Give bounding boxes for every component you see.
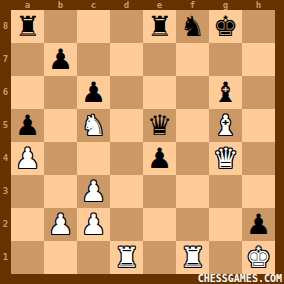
- square-a8[interactable]: ♜: [11, 10, 44, 43]
- square-f5[interactable]: [176, 109, 209, 142]
- square-d2[interactable]: [110, 208, 143, 241]
- square-b4[interactable]: [44, 142, 77, 175]
- square-h7[interactable]: [242, 43, 275, 76]
- square-b2[interactable]: ♟: [44, 208, 77, 241]
- square-f2[interactable]: [176, 208, 209, 241]
- square-d6[interactable]: [110, 76, 143, 109]
- square-e6[interactable]: [143, 76, 176, 109]
- white-pawn: ♟: [77, 175, 110, 208]
- square-b6[interactable]: [44, 76, 77, 109]
- square-h8[interactable]: [242, 10, 275, 43]
- square-b3[interactable]: [44, 175, 77, 208]
- square-a3[interactable]: [11, 175, 44, 208]
- board: ♜♜♞♚♟♟♝♟♞♛♝♟♟♛♟♟♟♟♜♜♚: [11, 10, 275, 274]
- square-d1[interactable]: ♜: [110, 241, 143, 274]
- black-knight: ♞: [176, 10, 209, 43]
- square-h4[interactable]: [242, 142, 275, 175]
- square-c6[interactable]: ♟: [77, 76, 110, 109]
- square-g1[interactable]: [209, 241, 242, 274]
- file-label-h: h: [242, 0, 275, 10]
- square-g4[interactable]: ♛: [209, 142, 242, 175]
- black-rook: ♜: [143, 10, 176, 43]
- file-label-f: f: [176, 0, 209, 10]
- square-d5[interactable]: [110, 109, 143, 142]
- file-label-d: d: [110, 0, 143, 10]
- square-h1[interactable]: ♚: [242, 241, 275, 274]
- square-a1[interactable]: [11, 241, 44, 274]
- white-knight: ♞: [77, 109, 110, 142]
- square-h6[interactable]: [242, 76, 275, 109]
- black-pawn: ♟: [11, 109, 44, 142]
- rank-label-3: 3: [0, 175, 11, 208]
- rank-label-2: 2: [0, 208, 11, 241]
- square-f8[interactable]: ♞: [176, 10, 209, 43]
- square-e2[interactable]: [143, 208, 176, 241]
- square-c3[interactable]: ♟: [77, 175, 110, 208]
- square-c5[interactable]: ♞: [77, 109, 110, 142]
- white-pawn: ♟: [11, 142, 44, 175]
- square-f1[interactable]: ♜: [176, 241, 209, 274]
- black-king: ♚: [209, 10, 242, 43]
- square-a2[interactable]: [11, 208, 44, 241]
- square-c4[interactable]: [77, 142, 110, 175]
- white-king: ♚: [242, 241, 275, 274]
- square-e5[interactable]: ♛: [143, 109, 176, 142]
- square-g3[interactable]: [209, 175, 242, 208]
- square-c1[interactable]: [77, 241, 110, 274]
- black-bishop: ♝: [209, 76, 242, 109]
- square-c7[interactable]: [77, 43, 110, 76]
- square-f6[interactable]: [176, 76, 209, 109]
- rank-label-7: 7: [0, 43, 11, 76]
- file-label-a: a: [11, 0, 44, 10]
- chess-board-frame: abcdefgh 87654321 ♜♜♞♚♟♟♝♟♞♛♝♟♟♛♟♟♟♟♜♜♚ …: [0, 0, 284, 284]
- square-d8[interactable]: [110, 10, 143, 43]
- square-e4[interactable]: ♟: [143, 142, 176, 175]
- square-d3[interactable]: [110, 175, 143, 208]
- black-rook: ♜: [11, 10, 44, 43]
- square-h2[interactable]: ♟: [242, 208, 275, 241]
- square-e1[interactable]: [143, 241, 176, 274]
- rank-label-5: 5: [0, 109, 11, 142]
- square-e8[interactable]: ♜: [143, 10, 176, 43]
- square-f7[interactable]: [176, 43, 209, 76]
- square-h3[interactable]: [242, 175, 275, 208]
- square-d7[interactable]: [110, 43, 143, 76]
- black-pawn: ♟: [143, 142, 176, 175]
- white-rook: ♜: [110, 241, 143, 274]
- black-pawn: ♟: [242, 208, 275, 241]
- rank-label-6: 6: [0, 76, 11, 109]
- square-b5[interactable]: [44, 109, 77, 142]
- square-a6[interactable]: [11, 76, 44, 109]
- white-queen: ♛: [209, 142, 242, 175]
- square-a4[interactable]: ♟: [11, 142, 44, 175]
- file-label-e: e: [143, 0, 176, 10]
- rank-label-1: 1: [0, 241, 11, 274]
- square-f4[interactable]: [176, 142, 209, 175]
- black-pawn: ♟: [77, 76, 110, 109]
- rank-labels: 87654321: [0, 10, 11, 274]
- black-pawn: ♟: [44, 43, 77, 76]
- square-a7[interactable]: [11, 43, 44, 76]
- file-label-c: c: [77, 0, 110, 10]
- square-b8[interactable]: [44, 10, 77, 43]
- square-b1[interactable]: [44, 241, 77, 274]
- square-g6[interactable]: ♝: [209, 76, 242, 109]
- rank-label-4: 4: [0, 142, 11, 175]
- square-a5[interactable]: ♟: [11, 109, 44, 142]
- square-g5[interactable]: ♝: [209, 109, 242, 142]
- white-bishop: ♝: [209, 109, 242, 142]
- square-f3[interactable]: [176, 175, 209, 208]
- square-g8[interactable]: ♚: [209, 10, 242, 43]
- white-rook: ♜: [176, 241, 209, 274]
- square-b7[interactable]: ♟: [44, 43, 77, 76]
- square-c2[interactable]: ♟: [77, 208, 110, 241]
- square-g2[interactable]: [209, 208, 242, 241]
- square-d4[interactable]: [110, 142, 143, 175]
- square-g7[interactable]: [209, 43, 242, 76]
- file-label-b: b: [44, 0, 77, 10]
- black-queen: ♛: [143, 109, 176, 142]
- white-pawn: ♟: [77, 208, 110, 241]
- square-h5[interactable]: [242, 109, 275, 142]
- file-label-g: g: [209, 0, 242, 10]
- square-e3[interactable]: [143, 175, 176, 208]
- square-c8[interactable]: [77, 10, 110, 43]
- rank-label-8: 8: [0, 10, 11, 43]
- file-labels: abcdefgh: [11, 0, 275, 10]
- white-pawn: ♟: [44, 208, 77, 241]
- square-e7[interactable]: [143, 43, 176, 76]
- site-credit: CHESSGAMES.COM: [198, 273, 282, 284]
